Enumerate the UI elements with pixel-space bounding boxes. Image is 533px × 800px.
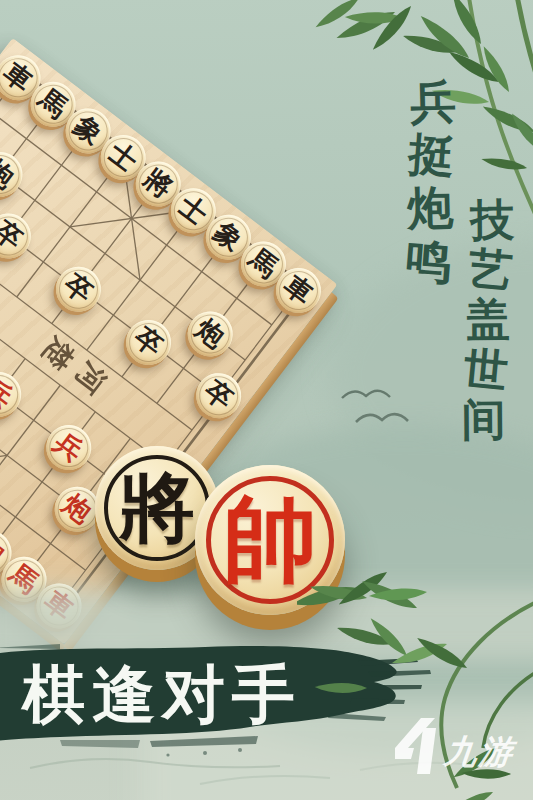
9game-mark-icon [386,716,438,774]
9game-logo: 九游 [386,716,514,775]
big-black-general-character: 將 [119,470,195,546]
banner-slogan: 棋逢对手 [22,652,302,738]
9game-logo-text: 九游 [442,730,517,775]
poster: 楚 河 漢 界 車馬象士將士象馬車炮炮卒卒卒卒卒兵兵兵兵兵炮炮車馬相仕帥仕相馬車… [0,0,533,800]
